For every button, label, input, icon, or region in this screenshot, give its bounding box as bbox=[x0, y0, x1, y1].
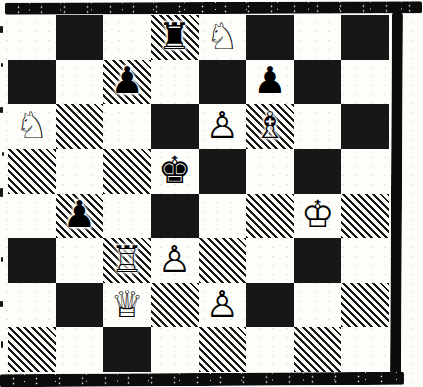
square-c5[interactable] bbox=[103, 149, 151, 194]
square-h1[interactable] bbox=[341, 327, 389, 372]
square-a7[interactable] bbox=[8, 60, 56, 105]
square-g7[interactable] bbox=[294, 60, 342, 105]
square-h3[interactable] bbox=[341, 238, 389, 283]
white-pawn: ♙ bbox=[206, 107, 239, 144]
square-e7[interactable] bbox=[199, 60, 247, 105]
square-f5[interactable] bbox=[246, 149, 294, 194]
square-b2[interactable] bbox=[56, 283, 104, 328]
white-king: ♔ bbox=[301, 196, 334, 233]
square-f7[interactable]: ♟ bbox=[246, 60, 294, 105]
square-f1[interactable] bbox=[246, 327, 294, 372]
white-rook: ♖ bbox=[110, 241, 143, 278]
square-a5[interactable] bbox=[8, 149, 56, 194]
square-f8[interactable] bbox=[246, 15, 294, 60]
square-d6[interactable] bbox=[151, 104, 199, 149]
square-e5[interactable] bbox=[199, 149, 247, 194]
square-b4[interactable]: ♟ bbox=[56, 194, 104, 239]
square-h8[interactable] bbox=[341, 15, 389, 60]
square-b3[interactable] bbox=[56, 238, 104, 283]
page-edge-speck bbox=[0, 188, 3, 197]
square-e4[interactable] bbox=[199, 194, 247, 239]
white-knight: ♘ bbox=[206, 18, 239, 55]
square-d3[interactable]: ♙ bbox=[151, 238, 199, 283]
square-a8[interactable] bbox=[8, 15, 56, 60]
black-pawn: ♟ bbox=[253, 62, 286, 99]
square-d8[interactable]: ♜ bbox=[151, 15, 199, 60]
white-queen: ♕ bbox=[110, 286, 143, 323]
chess-board: ♜♘♟♟♘♙♗♚♟♔♖♙♕♙ bbox=[8, 15, 389, 372]
square-g3[interactable] bbox=[294, 238, 342, 283]
square-a6[interactable]: ♘ bbox=[8, 104, 56, 149]
square-g4[interactable]: ♔ bbox=[294, 194, 342, 239]
square-a3[interactable] bbox=[8, 238, 56, 283]
square-e2[interactable]: ♙ bbox=[199, 283, 247, 328]
page-edge-speck bbox=[2, 152, 4, 156]
square-c6[interactable] bbox=[103, 104, 151, 149]
square-b1[interactable] bbox=[56, 327, 104, 372]
square-c2[interactable]: ♕ bbox=[103, 283, 151, 328]
square-d5[interactable]: ♚ bbox=[151, 149, 199, 194]
square-f6[interactable]: ♗ bbox=[246, 104, 294, 149]
square-c3[interactable]: ♖ bbox=[103, 238, 151, 283]
square-g5[interactable] bbox=[294, 149, 342, 194]
square-g8[interactable] bbox=[294, 15, 342, 60]
black-pawn: ♟ bbox=[63, 196, 96, 233]
square-d2[interactable] bbox=[151, 283, 199, 328]
square-b7[interactable] bbox=[56, 60, 104, 105]
page-edge-speck bbox=[1, 63, 3, 67]
square-g6[interactable] bbox=[294, 104, 342, 149]
page-edge-speck bbox=[1, 257, 3, 262]
square-g1[interactable] bbox=[294, 327, 342, 372]
square-b5[interactable] bbox=[56, 149, 104, 194]
white-pawn: ♙ bbox=[206, 286, 239, 323]
square-f2[interactable] bbox=[246, 283, 294, 328]
square-c7[interactable]: ♟ bbox=[103, 60, 151, 105]
square-g2[interactable] bbox=[294, 283, 342, 328]
page-edge-speck bbox=[0, 26, 3, 33]
square-a1[interactable] bbox=[8, 327, 56, 372]
black-pawn: ♟ bbox=[110, 62, 143, 99]
square-a4[interactable] bbox=[8, 194, 56, 239]
right-frame-bar bbox=[390, 12, 403, 375]
square-d4[interactable] bbox=[151, 194, 199, 239]
square-f4[interactable] bbox=[246, 194, 294, 239]
square-e3[interactable] bbox=[199, 238, 247, 283]
white-bishop: ♗ bbox=[253, 107, 286, 144]
square-c1[interactable] bbox=[103, 327, 151, 372]
page-edge-speck bbox=[0, 301, 3, 307]
page-edge-speck bbox=[0, 107, 3, 113]
square-h4[interactable] bbox=[341, 194, 389, 239]
square-h5[interactable] bbox=[341, 149, 389, 194]
black-rook: ♜ bbox=[158, 18, 191, 55]
white-pawn: ♙ bbox=[158, 241, 191, 278]
square-d7[interactable] bbox=[151, 60, 199, 105]
scanned-chess-diagram: ♜♘♟♟♘♙♗♚♟♔♖♙♕♙ bbox=[0, 0, 423, 387]
bottom-frame-bar bbox=[0, 372, 404, 387]
white-knight: ♘ bbox=[15, 107, 48, 144]
square-b8[interactable] bbox=[56, 15, 104, 60]
square-e1[interactable] bbox=[199, 327, 247, 372]
black-king: ♚ bbox=[158, 152, 191, 189]
square-h7[interactable] bbox=[341, 60, 389, 105]
top-frame-bar bbox=[5, 1, 422, 14]
square-d1[interactable] bbox=[151, 327, 199, 372]
square-h6[interactable] bbox=[341, 104, 389, 149]
square-b6[interactable] bbox=[56, 104, 104, 149]
page-edge-speck bbox=[1, 341, 3, 348]
square-e8[interactable]: ♘ bbox=[199, 15, 247, 60]
square-a2[interactable] bbox=[8, 283, 56, 328]
square-e6[interactable]: ♙ bbox=[199, 104, 247, 149]
square-c4[interactable] bbox=[103, 194, 151, 239]
square-c8[interactable] bbox=[103, 15, 151, 60]
square-f3[interactable] bbox=[246, 238, 294, 283]
square-h2[interactable] bbox=[341, 283, 389, 328]
